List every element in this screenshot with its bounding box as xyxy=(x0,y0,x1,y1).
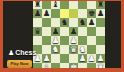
black-bishop-c8[interactable]: ♝ xyxy=(51,0,60,9)
frame-border-right xyxy=(121,0,124,72)
square-b4[interactable] xyxy=(42,36,51,45)
square-e3[interactable]: ♛ xyxy=(69,45,78,54)
chess-ad-banner: ♜♝♜♟♟♚♟♞♞♟♛♟♟♟♟♞♛♞♟♟♟♟♟♝♚♜ ♟ Chess Play … xyxy=(0,0,124,72)
black-knight-f6[interactable]: ♞ xyxy=(78,18,87,27)
square-b5[interactable] xyxy=(42,27,51,36)
square-h5[interactable] xyxy=(96,27,105,36)
square-f2[interactable]: ♟ xyxy=(78,54,87,63)
frame-border-top xyxy=(0,0,124,1)
square-d2[interactable] xyxy=(60,54,69,63)
black-pawn-h7[interactable]: ♟ xyxy=(96,9,105,18)
square-e7[interactable] xyxy=(69,9,78,18)
square-d5[interactable] xyxy=(60,27,69,36)
square-g6[interactable]: ♟ xyxy=(87,18,96,27)
black-queen-a5[interactable]: ♛ xyxy=(33,27,42,36)
white-queen-e3[interactable]: ♛ xyxy=(69,45,78,54)
black-pawn-b7[interactable]: ♟ xyxy=(42,9,51,18)
square-h4[interactable] xyxy=(96,36,105,45)
white-knight-c3[interactable]: ♞ xyxy=(51,45,60,54)
black-knight-d6[interactable]: ♞ xyxy=(60,18,69,27)
square-d8[interactable] xyxy=(60,0,69,9)
black-pawn-a7[interactable]: ♟ xyxy=(33,9,42,18)
square-a7[interactable]: ♟ xyxy=(33,9,42,18)
square-f8[interactable] xyxy=(78,0,87,9)
square-c2[interactable] xyxy=(51,54,60,63)
white-pawn-icon: ♟ xyxy=(8,49,14,57)
square-g5[interactable] xyxy=(87,27,96,36)
square-c7[interactable] xyxy=(51,9,60,18)
frame-border-bottom xyxy=(0,68,124,72)
play-now-button[interactable]: Play Now xyxy=(7,60,32,68)
white-pawn-f2[interactable]: ♟ xyxy=(78,54,87,63)
square-c3[interactable]: ♞ xyxy=(51,45,60,54)
square-h6[interactable] xyxy=(96,18,105,27)
square-d6[interactable]: ♞ xyxy=(60,18,69,27)
square-h7[interactable]: ♟ xyxy=(96,9,105,18)
square-a5[interactable]: ♛ xyxy=(33,27,42,36)
square-b7[interactable]: ♟ xyxy=(42,9,51,18)
square-g2[interactable]: ♟ xyxy=(87,54,96,63)
frame-border-left xyxy=(0,0,3,72)
chess-logo: ♟ Chess xyxy=(8,49,36,57)
square-d4[interactable] xyxy=(60,36,69,45)
chess-board: ♜♝♜♟♟♚♟♞♞♟♛♟♟♟♟♞♛♞♟♟♟♟♟♝♚♜ xyxy=(33,0,105,72)
square-c8[interactable]: ♝ xyxy=(51,0,60,9)
square-f5[interactable] xyxy=(78,27,87,36)
black-pawn-g6[interactable]: ♟ xyxy=(87,18,96,27)
square-e8[interactable] xyxy=(69,0,78,9)
square-g4[interactable] xyxy=(87,36,96,45)
logo-text: Chess xyxy=(15,49,36,57)
square-a4[interactable] xyxy=(33,36,42,45)
square-f6[interactable]: ♞ xyxy=(78,18,87,27)
square-b6[interactable] xyxy=(42,18,51,27)
square-d3[interactable] xyxy=(60,45,69,54)
white-pawn-g2[interactable]: ♟ xyxy=(87,54,96,63)
